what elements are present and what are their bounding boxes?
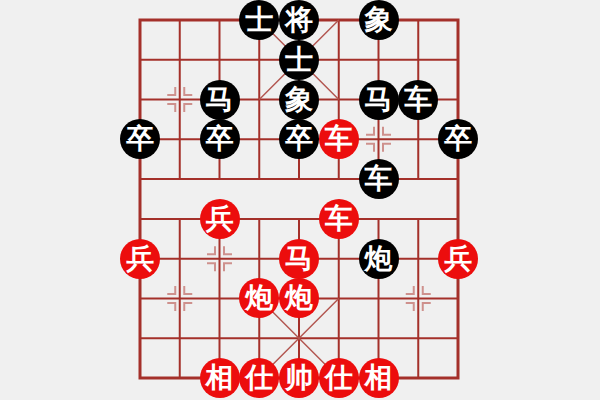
piece-red-elephant[interactable]: 相 [359, 358, 399, 398]
piece-black-soldier[interactable]: 卒 [200, 119, 240, 159]
piece-black-elephant[interactable]: 象 [279, 80, 319, 120]
piece-red-soldier[interactable]: 兵 [120, 239, 160, 279]
piece-black-elephant[interactable]: 象 [359, 0, 399, 40]
piece-black-soldier[interactable]: 卒 [438, 119, 478, 159]
piece-red-soldier[interactable]: 兵 [438, 239, 478, 279]
piece-black-horse[interactable]: 马 [200, 80, 240, 120]
piece-red-horse[interactable]: 马 [279, 239, 319, 279]
piece-black-cannon[interactable]: 炮 [359, 239, 399, 279]
piece-black-general[interactable]: 将 [279, 0, 319, 40]
piece-red-soldier[interactable]: 兵 [200, 199, 240, 239]
piece-red-chariot[interactable]: 车 [319, 199, 359, 239]
piece-black-horse[interactable]: 马 [359, 80, 399, 120]
piece-red-general[interactable]: 帅 [279, 358, 319, 398]
piece-red-advisor[interactable]: 仕 [239, 358, 279, 398]
piece-black-chariot[interactable]: 车 [398, 80, 438, 120]
piece-black-advisor[interactable]: 士 [279, 40, 319, 80]
piece-red-chariot[interactable]: 车 [319, 119, 359, 159]
xiangqi-board[interactable]: 士将象士马象马车卒卒卒车卒车兵车兵马炮兵炮炮相仕帅仕相 [0, 0, 600, 400]
piece-black-advisor[interactable]: 士 [239, 0, 279, 40]
piece-red-elephant[interactable]: 相 [200, 358, 240, 398]
piece-red-advisor[interactable]: 仕 [319, 358, 359, 398]
piece-black-chariot[interactable]: 车 [359, 159, 399, 199]
